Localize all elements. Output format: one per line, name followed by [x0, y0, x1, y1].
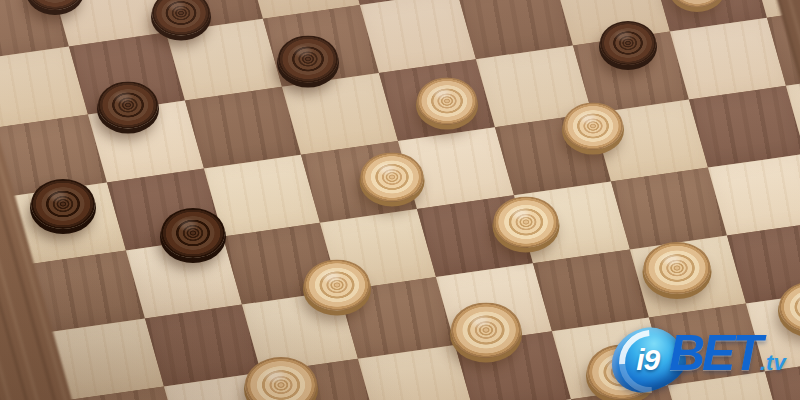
checker-piece-light[interactable] — [670, 0, 724, 7]
checker-piece-dark[interactable] — [600, 21, 656, 65]
logo-brand: BET .tv — [669, 330, 786, 376]
checker-piece-light[interactable] — [494, 197, 559, 248]
logo-emblem-text: i9 — [636, 343, 659, 377]
checker-piece-dark[interactable] — [98, 82, 158, 129]
checker-piece-light[interactable] — [417, 78, 477, 125]
checker-piece-light[interactable] — [644, 242, 711, 294]
logo-suffix-text: .tv — [760, 350, 786, 376]
board-photo: i9 BET .tv — [0, 0, 800, 400]
checker-piece-light[interactable] — [451, 303, 521, 358]
checker-piece-light[interactable] — [245, 357, 317, 400]
checker-piece-dark[interactable] — [278, 36, 338, 83]
checker-piece-dark[interactable] — [27, 0, 83, 10]
checker-piece-dark[interactable] — [152, 0, 210, 36]
logo-brand-text: BET — [669, 330, 760, 376]
checker-piece-dark[interactable] — [31, 179, 95, 229]
watermark-logo[interactable]: i9 BET .tv — [611, 328, 800, 398]
checker-piece-light[interactable] — [563, 103, 623, 150]
checker-piece-light[interactable] — [361, 153, 424, 202]
checker-piece-light[interactable] — [304, 260, 370, 311]
checker-piece-dark[interactable] — [161, 208, 225, 258]
checker-piece-light[interactable] — [779, 282, 800, 333]
